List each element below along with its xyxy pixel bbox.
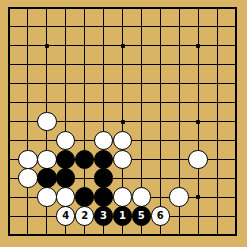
stone-black [94,168,114,188]
stone-white [37,112,57,132]
stone-white: 6 [151,206,171,226]
move-number: 2 [81,211,88,221]
stone-black [37,168,57,188]
stone-white [113,187,133,207]
stone-white [37,187,57,207]
stone-black [94,150,114,170]
stone-white [113,131,133,151]
go-board[interactable]: 423156 [0,0,247,247]
stone-black [56,168,76,188]
move-number: 5 [138,211,145,221]
move-number: 3 [100,211,107,221]
stone-white [56,187,76,207]
stone-black [75,187,95,207]
stone-black [75,150,95,170]
stone-white [188,150,208,170]
stone-white [169,187,189,207]
stone-black [56,150,76,170]
stone-white [132,187,152,207]
stone-black: 1 [113,206,133,226]
stone-white [18,168,38,188]
move-number: 4 [62,211,69,221]
stone-white [94,131,114,151]
stone-white: 4 [56,206,76,226]
stone-black: 3 [94,206,114,226]
move-number: 6 [157,211,164,221]
stone-white: 2 [75,206,95,226]
move-number: 1 [119,211,126,221]
stone-white [56,131,76,151]
stone-white [37,150,57,170]
stone-white [113,150,133,170]
stone-layer: 423156 [0,0,245,244]
stone-white [18,150,38,170]
stone-black: 5 [132,206,152,226]
stone-black [94,187,114,207]
